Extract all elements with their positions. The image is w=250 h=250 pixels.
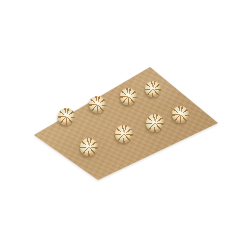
cookie-5	[80, 138, 98, 156]
cookie-4	[145, 81, 161, 97]
cookie-2	[89, 96, 106, 113]
cookie-8	[172, 106, 189, 123]
photo-canvas	[0, 0, 250, 250]
cookies-layer	[0, 0, 250, 250]
cookie-6	[115, 125, 133, 143]
cookie-1	[58, 108, 75, 125]
cookie-3	[120, 88, 137, 105]
cookie-7	[146, 114, 164, 132]
